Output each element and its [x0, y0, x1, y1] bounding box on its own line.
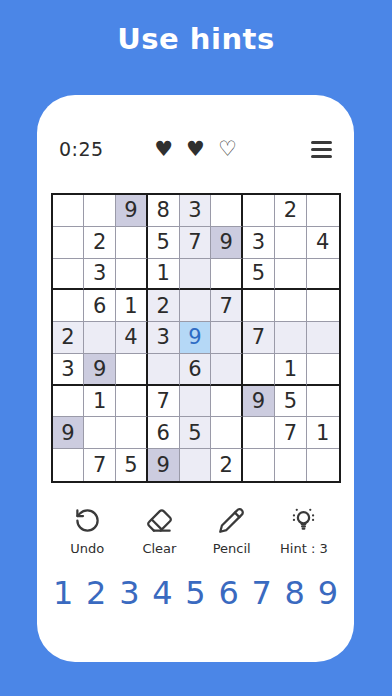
sudoku-cell-r6c1[interactable]: 3 [53, 354, 85, 386]
sudoku-cell-r6c6[interactable] [211, 354, 243, 386]
sudoku-cell-r3c3[interactable] [116, 259, 148, 291]
heart-empty-icon: ♡ [218, 139, 237, 160]
sudoku-cell-r5c8[interactable] [275, 322, 307, 354]
sudoku-cell-r9c6[interactable]: 2 [211, 449, 243, 481]
heart-filled-icon: ♥ [186, 139, 205, 160]
sudoku-grid: 983225793431561272439739611795965717592 [51, 193, 341, 483]
sudoku-cell-r7c6[interactable] [211, 386, 243, 418]
sudoku-cell-r1c3[interactable]: 9 [116, 195, 148, 227]
pencil-button[interactable]: Pencil [196, 507, 268, 556]
sudoku-cell-r6c8[interactable]: 1 [275, 354, 307, 386]
sudoku-cell-r4c6[interactable]: 7 [211, 290, 243, 322]
numpad-key-7[interactable]: 7 [251, 577, 271, 609]
sudoku-cell-r2c5[interactable]: 7 [180, 227, 212, 259]
sudoku-cell-r3c7[interactable]: 5 [243, 259, 275, 291]
sudoku-cell-r4c5[interactable] [180, 290, 212, 322]
sudoku-cell-r7c8[interactable]: 5 [275, 386, 307, 418]
sudoku-cell-r3c2[interactable]: 3 [84, 259, 116, 291]
numpad-key-2[interactable]: 2 [86, 577, 106, 609]
toolbar: Undo Clear Pencil [51, 507, 340, 556]
sudoku-cell-r8c9[interactable]: 1 [307, 417, 339, 449]
sudoku-cell-r4c9[interactable] [307, 290, 339, 322]
sudoku-cell-r8c5[interactable]: 5 [180, 417, 212, 449]
lightbulb-icon [290, 507, 317, 534]
sudoku-cell-r5c4[interactable]: 3 [148, 322, 180, 354]
numpad-key-4[interactable]: 4 [152, 577, 172, 609]
sudoku-cell-r2c9[interactable]: 4 [307, 227, 339, 259]
sudoku-cell-r8c3[interactable] [116, 417, 148, 449]
sudoku-cell-r6c3[interactable] [116, 354, 148, 386]
sudoku-cell-r9c8[interactable] [275, 449, 307, 481]
sudoku-cell-r9c4[interactable]: 9 [148, 449, 180, 481]
sudoku-cell-r5c9[interactable] [307, 322, 339, 354]
sudoku-cell-r2c1[interactable] [53, 227, 85, 259]
sudoku-cell-r1c8[interactable]: 2 [275, 195, 307, 227]
clear-label: Clear [142, 541, 176, 556]
sudoku-cell-r8c6[interactable] [211, 417, 243, 449]
pencil-label: Pencil [213, 541, 251, 556]
sudoku-cell-r6c2[interactable]: 9 [84, 354, 116, 386]
sudoku-cell-r2c6[interactable]: 9 [211, 227, 243, 259]
hint-button[interactable]: Hint : 3 [268, 507, 340, 556]
sudoku-cell-r5c6[interactable] [211, 322, 243, 354]
timer: 0:25 [59, 138, 104, 160]
sudoku-cell-r6c5[interactable]: 6 [180, 354, 212, 386]
sudoku-cell-r2c7[interactable]: 3 [243, 227, 275, 259]
sudoku-cell-r6c9[interactable] [307, 354, 339, 386]
sudoku-cell-r5c5[interactable]: 9 [180, 322, 212, 354]
sudoku-cell-r1c2[interactable] [84, 195, 116, 227]
sudoku-cell-r5c3[interactable]: 4 [116, 322, 148, 354]
numpad-key-6[interactable]: 6 [218, 577, 238, 609]
undo-icon [74, 507, 101, 534]
sudoku-cell-r8c8[interactable]: 7 [275, 417, 307, 449]
sudoku-cell-r3c8[interactable] [275, 259, 307, 291]
sudoku-cell-r7c9[interactable] [307, 386, 339, 418]
numpad-key-8[interactable]: 8 [285, 577, 305, 609]
sudoku-cell-r4c8[interactable] [275, 290, 307, 322]
sudoku-cell-r4c7[interactable] [243, 290, 275, 322]
sudoku-cell-r9c5[interactable] [180, 449, 212, 481]
numpad-key-5[interactable]: 5 [185, 577, 205, 609]
sudoku-cell-r3c4[interactable]: 1 [148, 259, 180, 291]
sudoku-cell-r1c6[interactable] [211, 195, 243, 227]
sudoku-cell-r1c5[interactable]: 3 [180, 195, 212, 227]
hint-label: Hint : 3 [280, 541, 328, 556]
undo-button[interactable]: Undo [51, 507, 123, 556]
sudoku-cell-r4c4[interactable]: 2 [148, 290, 180, 322]
hamburger-icon [311, 141, 332, 144]
pencil-icon [218, 507, 245, 534]
sudoku-cell-r1c9[interactable] [307, 195, 339, 227]
sudoku-cell-r3c6[interactable] [211, 259, 243, 291]
heart-filled-icon: ♥ [154, 139, 173, 160]
clear-button[interactable]: Clear [123, 507, 195, 556]
sudoku-cell-r1c1[interactable] [53, 195, 85, 227]
sudoku-cell-r6c7[interactable] [243, 354, 275, 386]
numpad-key-9[interactable]: 9 [318, 577, 338, 609]
sudoku-cell-r9c7[interactable] [243, 449, 275, 481]
sudoku-cell-r8c1[interactable]: 9 [53, 417, 85, 449]
sudoku-cell-r3c1[interactable] [53, 259, 85, 291]
sudoku-cell-r3c9[interactable] [307, 259, 339, 291]
lives-indicator: ♥ ♥ ♡ [154, 139, 236, 160]
sudoku-cell-r2c2[interactable]: 2 [84, 227, 116, 259]
sudoku-cell-r3c5[interactable] [180, 259, 212, 291]
page-title: Use hints [0, 0, 392, 56]
numpad-key-1[interactable]: 1 [53, 577, 73, 609]
numpad-key-3[interactable]: 3 [119, 577, 139, 609]
sudoku-cell-r6c4[interactable] [148, 354, 180, 386]
eraser-icon [146, 507, 173, 534]
sudoku-cell-r4c2[interactable]: 6 [84, 290, 116, 322]
sudoku-cell-r2c3[interactable] [116, 227, 148, 259]
sudoku-cell-r5c1[interactable]: 2 [53, 322, 85, 354]
sudoku-cell-r8c7[interactable] [243, 417, 275, 449]
sudoku-cell-r9c3[interactable]: 5 [116, 449, 148, 481]
game-header: 0:25 ♥ ♥ ♡ [59, 135, 332, 163]
sudoku-cell-r9c2[interactable]: 7 [84, 449, 116, 481]
number-pad: 1 2 3 4 5 6 7 8 9 [53, 577, 338, 609]
sudoku-cell-r5c2[interactable] [84, 322, 116, 354]
sudoku-cell-r9c1[interactable] [53, 449, 85, 481]
game-card: 0:25 ♥ ♥ ♡ 98322579343156127243973961179… [37, 95, 354, 662]
menu-button[interactable] [311, 141, 332, 158]
sudoku-cell-r7c1[interactable] [53, 386, 85, 418]
sudoku-cell-r2c4[interactable]: 5 [148, 227, 180, 259]
sudoku-cell-r4c1[interactable] [53, 290, 85, 322]
sudoku-cell-r7c4[interactable]: 7 [148, 386, 180, 418]
undo-label: Undo [70, 541, 104, 556]
sudoku-cell-r1c7[interactable] [243, 195, 275, 227]
sudoku-cell-r1c4[interactable]: 8 [148, 195, 180, 227]
sudoku-cell-r8c4[interactable]: 6 [148, 417, 180, 449]
sudoku-cell-r9c9[interactable] [307, 449, 339, 481]
sudoku-cell-r8c2[interactable] [84, 417, 116, 449]
sudoku-cell-r7c3[interactable] [116, 386, 148, 418]
sudoku-cell-r5c7[interactable]: 7 [243, 322, 275, 354]
sudoku-cell-r2c8[interactable] [275, 227, 307, 259]
sudoku-cell-r7c2[interactable]: 1 [84, 386, 116, 418]
sudoku-cell-r7c5[interactable] [180, 386, 212, 418]
sudoku-cell-r4c3[interactable]: 1 [116, 290, 148, 322]
sudoku-cell-r7c7[interactable]: 9 [243, 386, 275, 418]
